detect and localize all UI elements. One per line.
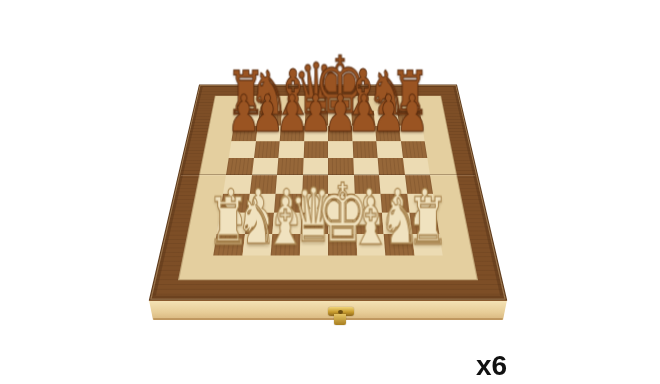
square (220, 193, 249, 212)
board-inner-band: ♜♞♝♛♚♝♞♜♟♟♟♟♟♟♟♟♟♟♟♟♟♟♟♟♜♞♝♛♚♝♞♜ (178, 96, 478, 280)
square (402, 158, 430, 175)
square: ♟ (217, 213, 247, 234)
checker-grid: ♜♞♝♛♚♝♞♜♟♟♟♟♟♟♟♟♟♟♟♟♟♟♟♟♜♞♝♛♚♝♞♜ (213, 111, 442, 256)
square (254, 141, 280, 157)
black-bishop: ♝ (273, 62, 313, 125)
square: ♟ (409, 213, 439, 234)
black-knight: ♞ (367, 63, 406, 124)
square (380, 193, 409, 212)
square (303, 141, 328, 157)
fold-seam (181, 174, 475, 175)
square (302, 175, 328, 193)
black-knight: ♞ (250, 63, 289, 124)
square: ♟ (231, 125, 257, 141)
square (229, 141, 256, 157)
square (274, 193, 302, 212)
square: ♜ (234, 111, 259, 126)
square: ♟ (245, 213, 274, 234)
square: ♞ (384, 233, 414, 255)
white-pawn: ♟ (381, 182, 413, 232)
black-pawn: ♟ (251, 89, 284, 140)
chess-board: ♜♞♝♛♚♝♞♜♟♟♟♟♟♟♟♟♟♟♟♟♟♟♟♟♜♞♝♛♚♝♞♜ (149, 85, 507, 301)
square (328, 175, 354, 193)
white-rook: ♜ (407, 189, 449, 254)
square: ♜ (213, 233, 244, 255)
square (379, 175, 407, 193)
square: ♛ (299, 233, 328, 255)
brass-clasp-tab (334, 314, 346, 325)
quantity-badge: x6 (476, 350, 507, 382)
square: ♟ (304, 125, 328, 141)
white-pawn: ♟ (409, 182, 441, 232)
black-pawn: ♟ (396, 89, 429, 140)
white-rook: ♜ (207, 189, 249, 254)
white-knight: ♞ (379, 191, 420, 254)
square (252, 158, 279, 175)
white-queen: ♛ (290, 180, 338, 254)
square (352, 141, 377, 157)
square: ♟ (375, 125, 400, 141)
square: ♝ (351, 111, 375, 126)
square: ♟ (328, 125, 352, 141)
square: ♟ (256, 125, 281, 141)
square (400, 141, 427, 157)
square: ♝ (281, 111, 305, 126)
square (354, 193, 382, 212)
square (407, 193, 436, 212)
white-pawn: ♟ (298, 182, 330, 232)
square: ♞ (242, 233, 272, 255)
square (249, 175, 277, 193)
board-scene: ♜♞♝♛♚♝♞♜♟♟♟♟♟♟♟♟♟♟♟♟♟♟♟♟♜♞♝♛♚♝♞♜ (0, 0, 660, 384)
square (278, 141, 303, 157)
square (301, 193, 328, 212)
black-pawn: ♟ (372, 89, 405, 140)
square (354, 175, 381, 193)
black-pawn: ♟ (299, 89, 332, 140)
square (276, 175, 303, 193)
black-pawn: ♟ (324, 89, 357, 140)
black-queen: ♛ (294, 54, 339, 124)
white-pawn: ♟ (353, 182, 385, 232)
square: ♚ (328, 111, 352, 126)
square (376, 141, 402, 157)
board-frame: ♜♞♝♛♚♝♞♜♟♟♟♟♟♟♟♟♟♟♟♟♟♟♟♟♜♞♝♛♚♝♞♜ (149, 85, 507, 301)
square (328, 141, 353, 157)
square: ♟ (300, 213, 328, 234)
product-photo: ♜♞♝♛♚♝♞♜♟♟♟♟♟♟♟♟♟♟♟♟♟♟♟♟♜♞♝♛♚♝♞♜ x6 (0, 0, 660, 384)
square: ♟ (399, 125, 425, 141)
square (247, 193, 276, 212)
square (226, 158, 254, 175)
square: ♟ (352, 125, 377, 141)
white-pawn: ♟ (242, 182, 274, 232)
square: ♝ (271, 233, 301, 255)
white-king: ♚ (316, 173, 368, 254)
white-pawn: ♟ (215, 182, 247, 232)
square: ♟ (355, 213, 384, 234)
square (277, 158, 303, 175)
square: ♜ (411, 233, 442, 255)
square (328, 158, 354, 175)
black-pawn: ♟ (227, 89, 260, 140)
square: ♞ (257, 111, 282, 126)
square (223, 175, 251, 193)
square (353, 158, 379, 175)
black-rook: ♜ (391, 63, 430, 124)
square (378, 158, 405, 175)
black-king: ♚ (314, 45, 365, 124)
square: ♟ (382, 213, 411, 234)
white-knight: ♞ (236, 191, 277, 254)
square (328, 193, 355, 212)
white-pawn: ♟ (270, 182, 302, 232)
box-front-face (149, 300, 507, 320)
square: ♛ (304, 111, 328, 126)
black-bishop: ♝ (343, 62, 383, 125)
square: ♜ (397, 111, 422, 126)
square: ♚ (328, 233, 357, 255)
box-front-bottom-edge (149, 318, 507, 320)
white-pawn: ♟ (326, 182, 358, 232)
square: ♟ (328, 213, 356, 234)
black-pawn: ♟ (275, 89, 308, 140)
square (303, 158, 329, 175)
white-bishop: ♝ (350, 189, 392, 254)
square: ♞ (374, 111, 399, 126)
black-rook: ♜ (226, 63, 265, 124)
square: ♟ (272, 213, 301, 234)
square (405, 175, 433, 193)
black-pawn: ♟ (348, 89, 381, 140)
white-bishop: ♝ (264, 189, 306, 254)
square: ♟ (280, 125, 305, 141)
square: ♝ (356, 233, 386, 255)
